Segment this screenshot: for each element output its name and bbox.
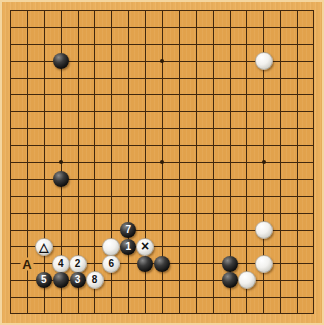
grid-cell	[94, 44, 111, 61]
grid-cell	[128, 280, 145, 297]
grid-cell	[78, 44, 95, 61]
grid-cell	[297, 27, 314, 44]
grid-cell	[128, 44, 145, 61]
grid-cell	[280, 213, 297, 230]
grid-cell	[145, 78, 162, 95]
grid-cell	[196, 162, 213, 179]
grid-cell	[230, 111, 247, 128]
grid-cell	[263, 162, 280, 179]
grid-cell	[230, 44, 247, 61]
grid-cell	[27, 78, 44, 95]
grid-cell	[78, 128, 95, 145]
grid-cell	[280, 128, 297, 145]
grid-cell	[162, 27, 179, 44]
grid-cell	[162, 297, 179, 314]
grid-cell	[27, 10, 44, 27]
grid-cell	[246, 10, 263, 27]
grid-cell	[94, 94, 111, 111]
grid-cell	[196, 297, 213, 314]
grid-cell	[61, 78, 78, 95]
black-stone-H6	[120, 222, 136, 238]
grid-cell	[27, 27, 44, 44]
grid-cell	[196, 196, 213, 213]
grid-cell	[94, 78, 111, 95]
grid-cell	[263, 145, 280, 162]
grid-cell	[44, 145, 61, 162]
grid-cell	[78, 10, 95, 27]
white-stone-F3	[86, 271, 104, 289]
grid-cell	[280, 230, 297, 247]
grid-cell	[94, 111, 111, 128]
grid-cell	[10, 44, 27, 61]
grid-cell	[27, 162, 44, 179]
grid-cell	[10, 213, 27, 230]
grid-cell	[230, 94, 247, 111]
grid-cell	[196, 94, 213, 111]
grid-cell	[213, 61, 230, 78]
grid-cell	[27, 111, 44, 128]
grid-cell	[10, 128, 27, 145]
grid-cell	[230, 297, 247, 314]
grid-cell	[10, 111, 27, 128]
grid-cell	[27, 196, 44, 213]
grid-cell	[111, 27, 128, 44]
white-stone-D4	[52, 255, 70, 273]
grid-cell	[230, 128, 247, 145]
grid-cell	[179, 78, 196, 95]
grid-cell	[162, 44, 179, 61]
grid-cell	[10, 179, 27, 196]
grid-cell	[297, 246, 314, 263]
grid-cell	[78, 94, 95, 111]
grid-cell	[213, 128, 230, 145]
grid-cell	[179, 27, 196, 44]
grid-cell	[145, 27, 162, 44]
grid-cell	[128, 94, 145, 111]
grid-cell	[162, 179, 179, 196]
grid-cell	[230, 196, 247, 213]
grid-cell	[263, 94, 280, 111]
grid-cell	[61, 213, 78, 230]
grid-cell	[179, 162, 196, 179]
grid-cell	[44, 10, 61, 27]
grid-cell	[179, 145, 196, 162]
grid-cell	[263, 280, 280, 297]
grid-cell	[94, 10, 111, 27]
grid-cell	[61, 10, 78, 27]
grid-cell	[213, 10, 230, 27]
grid-cell	[145, 179, 162, 196]
grid-cell	[230, 61, 247, 78]
grid-cell	[61, 111, 78, 128]
grid-cell	[111, 162, 128, 179]
grid-cell	[10, 230, 27, 247]
grid-cell	[162, 230, 179, 247]
grid-cell	[196, 179, 213, 196]
grid-cell	[27, 213, 44, 230]
grid-cell	[196, 78, 213, 95]
grid-cell	[196, 230, 213, 247]
grid-cell	[213, 27, 230, 44]
grid-cell	[280, 61, 297, 78]
grid-cell	[10, 297, 27, 314]
grid-cell	[246, 111, 263, 128]
grid-cell	[280, 44, 297, 61]
grid-cell	[179, 61, 196, 78]
grid-cell	[128, 78, 145, 95]
grid-cell	[297, 297, 314, 314]
grid-cell	[94, 213, 111, 230]
grid-cell	[162, 111, 179, 128]
grid-cell	[297, 128, 314, 145]
grid-cell	[297, 61, 314, 78]
white-stone-Q6	[255, 221, 273, 239]
grid-cell	[280, 111, 297, 128]
grid-cell	[280, 179, 297, 196]
grid-cell	[111, 280, 128, 297]
grid-cell	[179, 94, 196, 111]
grid-cell	[44, 196, 61, 213]
grid-cell	[111, 44, 128, 61]
grid-cell	[27, 297, 44, 314]
grid-cell	[297, 78, 314, 95]
grid-cell	[10, 27, 27, 44]
grid-cell	[78, 145, 95, 162]
grid-cell	[128, 111, 145, 128]
grid-cell	[213, 179, 230, 196]
grid-cell	[230, 179, 247, 196]
grid-cell	[213, 111, 230, 128]
grid-cell	[111, 61, 128, 78]
white-stone-Q4	[255, 255, 273, 273]
grid-cell	[78, 78, 95, 95]
grid-cell	[162, 94, 179, 111]
grid-cell	[145, 297, 162, 314]
grid-cell	[111, 145, 128, 162]
grid-cell	[145, 111, 162, 128]
grid-cell	[10, 78, 27, 95]
grid-cell	[162, 145, 179, 162]
grid-cell	[78, 213, 95, 230]
grid-cell	[297, 213, 314, 230]
grid-cell	[280, 78, 297, 95]
grid-cell	[196, 61, 213, 78]
grid-cell	[61, 94, 78, 111]
grid-cell	[10, 10, 27, 27]
grid-cell	[246, 145, 263, 162]
grid-cell	[280, 94, 297, 111]
grid-cell	[196, 145, 213, 162]
grid-cell	[10, 280, 27, 297]
grid-cell	[213, 145, 230, 162]
black-stone-O3	[222, 272, 238, 288]
grid-cell	[213, 78, 230, 95]
grid-cell	[179, 111, 196, 128]
grid-cell	[128, 27, 145, 44]
black-stone-D3	[53, 272, 69, 288]
grid-cell	[10, 61, 27, 78]
grid-cell	[179, 297, 196, 314]
grid-cell	[246, 196, 263, 213]
grid-cell	[280, 10, 297, 27]
grid-cell	[213, 196, 230, 213]
grid-cell	[280, 280, 297, 297]
grid-cell	[145, 128, 162, 145]
grid-cell	[230, 162, 247, 179]
grid-cell	[94, 179, 111, 196]
grid-cell	[162, 10, 179, 27]
grid-cell	[179, 128, 196, 145]
grid-cell	[196, 128, 213, 145]
grid-cell	[196, 263, 213, 280]
grid-cell	[128, 297, 145, 314]
grid-cell	[297, 196, 314, 213]
grid-cell	[111, 111, 128, 128]
star-point-Q10	[262, 160, 266, 164]
grid-cell	[27, 94, 44, 111]
grid-cell	[196, 44, 213, 61]
grid-cell	[263, 128, 280, 145]
grid-cell	[27, 128, 44, 145]
grid-cell	[61, 128, 78, 145]
grid-cell	[162, 196, 179, 213]
grid-cell	[246, 27, 263, 44]
grid-cell	[196, 246, 213, 263]
grid-cell	[162, 78, 179, 95]
black-stone-O4	[222, 256, 238, 272]
grid-cell	[179, 196, 196, 213]
grid-cell	[213, 297, 230, 314]
grid-cell	[263, 196, 280, 213]
grid-cell	[297, 10, 314, 27]
grid-cell	[179, 213, 196, 230]
grid-cell	[27, 179, 44, 196]
grid-cell	[246, 128, 263, 145]
grid-cell	[78, 196, 95, 213]
grid-cell	[263, 297, 280, 314]
grid-cell	[27, 44, 44, 61]
grid-cell	[78, 179, 95, 196]
grid-cell	[280, 297, 297, 314]
variation-label-A[interactable]: A	[20, 257, 33, 270]
white-stone-G5	[102, 238, 120, 256]
grid-cell	[44, 297, 61, 314]
grid-cell	[128, 10, 145, 27]
grid-cell	[10, 145, 27, 162]
go-board[interactable]: 12345678△×A	[0, 0, 324, 325]
grid-cell	[297, 179, 314, 196]
grid-cell	[94, 128, 111, 145]
grid-cell	[61, 145, 78, 162]
grid-cell	[111, 10, 128, 27]
white-stone-G4	[102, 255, 120, 273]
grid-cell	[27, 145, 44, 162]
grid-cell	[297, 145, 314, 162]
grid-cell	[44, 111, 61, 128]
grid-cell	[94, 145, 111, 162]
grid-cell	[213, 230, 230, 247]
grid-cell	[78, 61, 95, 78]
grid-cell	[128, 162, 145, 179]
grid-cell	[246, 162, 263, 179]
grid-cell	[111, 297, 128, 314]
grid-cell	[179, 230, 196, 247]
grid-cell	[61, 230, 78, 247]
grid-cell	[44, 94, 61, 111]
star-point-K10	[160, 160, 164, 164]
grid-cell	[196, 213, 213, 230]
grid-cell	[263, 27, 280, 44]
grid-cell	[213, 44, 230, 61]
grid-cell	[128, 196, 145, 213]
white-stone-J5	[136, 238, 154, 256]
grid-cell	[94, 162, 111, 179]
grid-cell	[230, 230, 247, 247]
grid-cell	[230, 10, 247, 27]
grid-cell	[61, 297, 78, 314]
grid-cell	[128, 61, 145, 78]
grid-cell	[111, 128, 128, 145]
grid-cell	[94, 196, 111, 213]
grid-cell	[10, 162, 27, 179]
grid-cell	[44, 128, 61, 145]
grid-cell	[280, 263, 297, 280]
grid-cell	[145, 10, 162, 27]
grid-cell	[263, 78, 280, 95]
black-stone-H5	[120, 239, 136, 255]
grid-cell	[196, 111, 213, 128]
grid-cell	[230, 213, 247, 230]
grid-cell	[145, 196, 162, 213]
grid-cell	[145, 94, 162, 111]
grid-cell	[230, 78, 247, 95]
grid-cell	[61, 27, 78, 44]
grid-cell	[145, 280, 162, 297]
star-point-D10	[59, 160, 63, 164]
grid-cell	[196, 280, 213, 297]
grid-cell	[263, 10, 280, 27]
grid-cell	[111, 196, 128, 213]
grid-cell	[230, 27, 247, 44]
grid-cell	[213, 94, 230, 111]
grid-cell	[179, 44, 196, 61]
grid-cell	[179, 179, 196, 196]
grid-cell	[162, 162, 179, 179]
grid-cell	[179, 246, 196, 263]
black-stone-K4	[154, 256, 170, 272]
grid-cell	[196, 27, 213, 44]
grid-cell	[94, 61, 111, 78]
grid-cell	[145, 213, 162, 230]
grid-cell	[10, 196, 27, 213]
grid-cell	[196, 10, 213, 27]
grid-cell	[111, 78, 128, 95]
grid-cell	[78, 162, 95, 179]
black-stone-D9	[53, 171, 69, 187]
grid-cell	[297, 44, 314, 61]
black-stone-C3	[36, 272, 52, 288]
grid-cell	[246, 78, 263, 95]
grid-cell	[162, 280, 179, 297]
grid-cell	[61, 196, 78, 213]
grid-cell	[280, 196, 297, 213]
grid-cell	[44, 27, 61, 44]
grid-cell	[94, 297, 111, 314]
grid-cell	[162, 213, 179, 230]
grid-cell	[297, 94, 314, 111]
grid-cell	[179, 10, 196, 27]
grid-cell	[297, 162, 314, 179]
white-stone-Q16	[255, 52, 273, 70]
white-stone-P3	[238, 271, 256, 289]
grid-cell	[78, 111, 95, 128]
grid-cell	[179, 280, 196, 297]
grid-cell	[263, 111, 280, 128]
white-stone-C5	[35, 238, 53, 256]
star-point-K16	[160, 59, 164, 63]
grid-cell	[246, 94, 263, 111]
grid-cell	[162, 61, 179, 78]
grid-cell	[94, 27, 111, 44]
grid-cell	[162, 128, 179, 145]
white-stone-E4	[69, 255, 87, 273]
grid-cell	[128, 145, 145, 162]
grid-cell	[263, 179, 280, 196]
grid-cell	[246, 179, 263, 196]
grid-cell	[145, 162, 162, 179]
grid-cell	[44, 78, 61, 95]
grid-cell	[111, 94, 128, 111]
grid-cell	[179, 263, 196, 280]
grid-cell	[128, 179, 145, 196]
grid-cell	[44, 213, 61, 230]
grid-cell	[145, 44, 162, 61]
black-stone-J4	[137, 256, 153, 272]
black-stone-D16	[53, 53, 69, 69]
grid-cell	[10, 94, 27, 111]
grid-cell	[111, 179, 128, 196]
grid-cell	[297, 280, 314, 297]
grid-cell	[246, 297, 263, 314]
grid-cell	[78, 230, 95, 247]
grid-cell	[128, 128, 145, 145]
grid-cell	[213, 213, 230, 230]
grid-cell	[297, 263, 314, 280]
grid-cell	[280, 246, 297, 263]
grid-cell	[297, 230, 314, 247]
grid-cell	[280, 145, 297, 162]
black-stone-E3	[70, 272, 86, 288]
grid-cell	[145, 145, 162, 162]
grid-cell	[78, 27, 95, 44]
grid-cell	[280, 162, 297, 179]
grid-cell	[27, 61, 44, 78]
grid-cell	[280, 27, 297, 44]
grid-cell	[145, 61, 162, 78]
grid-cell	[230, 145, 247, 162]
grid-cell	[78, 297, 95, 314]
grid-cell	[297, 111, 314, 128]
grid-cell	[213, 162, 230, 179]
